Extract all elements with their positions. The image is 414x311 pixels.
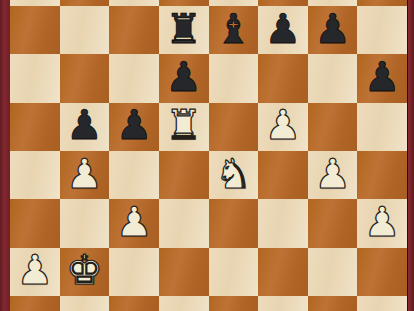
square-d1[interactable] [159, 296, 209, 311]
square-h5[interactable] [357, 103, 407, 151]
chess-board: ♜♝♟♟♟♟♟♟♜♟♟♞♟♟♟♟♚ [10, 0, 407, 311]
square-d2[interactable] [159, 248, 209, 296]
square-c3[interactable]: ♟ [109, 199, 159, 247]
board-left-border [0, 0, 10, 311]
white-pawn-c3[interactable]: ♟ [116, 202, 153, 243]
square-e5[interactable] [209, 103, 259, 151]
square-b6[interactable] [60, 54, 110, 102]
black-bishop-e7[interactable]: ♝ [215, 9, 252, 50]
square-g4[interactable]: ♟ [308, 151, 358, 199]
square-c6[interactable] [109, 54, 159, 102]
square-e7[interactable]: ♝ [209, 6, 259, 54]
white-pawn-b4[interactable]: ♟ [66, 154, 103, 195]
square-g3[interactable] [308, 199, 358, 247]
square-e4[interactable]: ♞ [209, 151, 259, 199]
square-h2[interactable] [357, 248, 407, 296]
square-d4[interactable] [159, 151, 209, 199]
square-b4[interactable]: ♟ [60, 151, 110, 199]
square-g5[interactable] [308, 103, 358, 151]
square-a6[interactable] [10, 54, 60, 102]
black-pawn-b5[interactable]: ♟ [66, 105, 103, 146]
square-f3[interactable] [258, 199, 308, 247]
black-pawn-c5[interactable]: ♟ [116, 105, 153, 146]
white-pawn-f5[interactable]: ♟ [265, 105, 302, 146]
white-king-b2[interactable]: ♚ [66, 250, 103, 291]
white-pawn-h3[interactable]: ♟ [364, 202, 401, 243]
square-a7[interactable] [10, 6, 60, 54]
black-pawn-h6[interactable]: ♟ [364, 57, 401, 98]
square-f5[interactable]: ♟ [258, 103, 308, 151]
square-d5[interactable]: ♜ [159, 103, 209, 151]
square-e2[interactable] [209, 248, 259, 296]
square-d7[interactable]: ♜ [159, 6, 209, 54]
white-pawn-a2[interactable]: ♟ [16, 250, 53, 291]
square-f2[interactable] [258, 248, 308, 296]
square-d3[interactable] [159, 199, 209, 247]
square-a2[interactable]: ♟ [10, 248, 60, 296]
square-d6[interactable]: ♟ [159, 54, 209, 102]
square-a4[interactable] [10, 151, 60, 199]
white-rook-d5[interactable]: ♜ [165, 105, 202, 146]
square-b3[interactable] [60, 199, 110, 247]
square-b5[interactable]: ♟ [60, 103, 110, 151]
square-f1[interactable] [258, 296, 308, 311]
chess-diagram: ♜♝♟♟♟♟♟♟♜♟♟♞♟♟♟♟♚ 765432 [0, 0, 414, 311]
square-g1[interactable] [308, 296, 358, 311]
square-a3[interactable] [10, 199, 60, 247]
square-c7[interactable] [109, 6, 159, 54]
square-e1[interactable] [209, 296, 259, 311]
square-e3[interactable] [209, 199, 259, 247]
square-g2[interactable] [308, 248, 358, 296]
square-a1[interactable] [10, 296, 60, 311]
square-f4[interactable] [258, 151, 308, 199]
square-b2[interactable]: ♚ [60, 248, 110, 296]
square-e6[interactable] [209, 54, 259, 102]
square-g6[interactable] [308, 54, 358, 102]
black-pawn-d6[interactable]: ♟ [165, 57, 202, 98]
square-b7[interactable] [60, 6, 110, 54]
square-h6[interactable]: ♟ [357, 54, 407, 102]
square-a5[interactable] [10, 103, 60, 151]
square-f7[interactable]: ♟ [258, 6, 308, 54]
square-c4[interactable] [109, 151, 159, 199]
square-c1[interactable] [109, 296, 159, 311]
square-b1[interactable] [60, 296, 110, 311]
square-c2[interactable] [109, 248, 159, 296]
white-knight-e4[interactable]: ♞ [215, 154, 252, 195]
black-pawn-f7[interactable]: ♟ [265, 9, 302, 50]
square-f6[interactable] [258, 54, 308, 102]
black-rook-d7[interactable]: ♜ [165, 9, 202, 50]
square-c5[interactable]: ♟ [109, 103, 159, 151]
square-h3[interactable]: ♟ [357, 199, 407, 247]
black-pawn-g7[interactable]: ♟ [314, 9, 351, 50]
square-h4[interactable] [357, 151, 407, 199]
square-g7[interactable]: ♟ [308, 6, 358, 54]
square-h1[interactable] [357, 296, 407, 311]
square-h7[interactable] [357, 6, 407, 54]
board-right-border [407, 0, 414, 311]
white-pawn-g4[interactable]: ♟ [314, 154, 351, 195]
